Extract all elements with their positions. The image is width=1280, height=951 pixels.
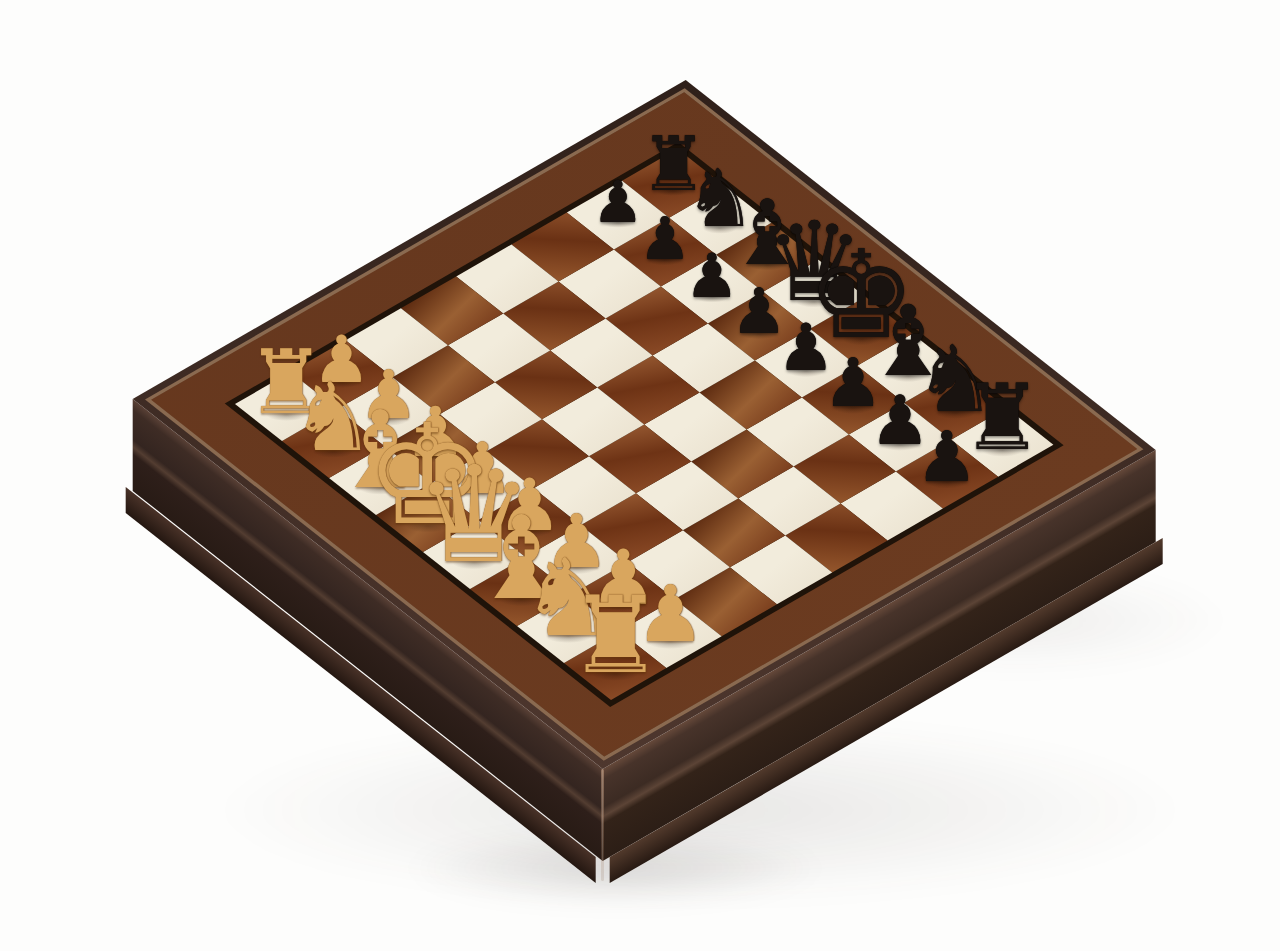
piece-black-pawn-h7[interactable]: ♟: [592, 173, 644, 231]
chess-set-scene: ♜♞♝♚♛♝♞♜♟♟♟♟♟♟♟♟♟♟♟♟♟♟♟♟♜♞♝♛♚♝♞♜: [0, 0, 1280, 951]
pieces-layer: ♜♞♝♚♛♝♞♜♟♟♟♟♟♟♟♟♟♟♟♟♟♟♟♟♜♞♝♛♚♝♞♜: [0, 0, 1280, 951]
piece-white-rook-a1[interactable]: ♜: [568, 582, 663, 688]
piece-black-pawn-g7[interactable]: ♟: [638, 209, 691, 268]
piece-black-pawn-a7[interactable]: ♟: [916, 422, 979, 492]
